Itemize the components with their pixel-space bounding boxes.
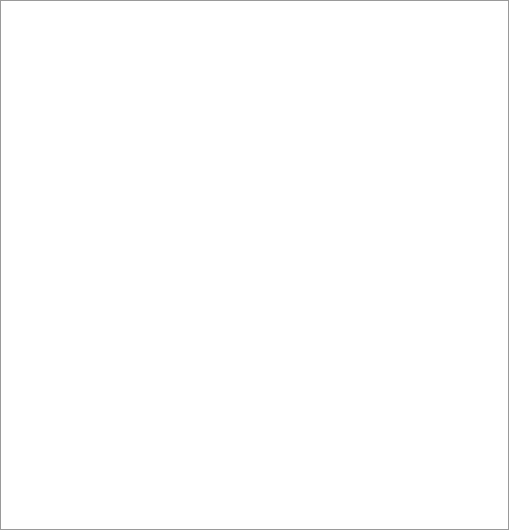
frame-line-horizontal [1, 92, 496, 95]
puzzle-grid [94, 94, 496, 530]
frame-line-vertical-left [92, 1, 95, 530]
watermark-corner [1, 1, 94, 94]
row-clues [1, 94, 94, 530]
column-clues [94, 1, 496, 94]
nonogram-board [0, 0, 509, 530]
right-margin [496, 1, 509, 530]
